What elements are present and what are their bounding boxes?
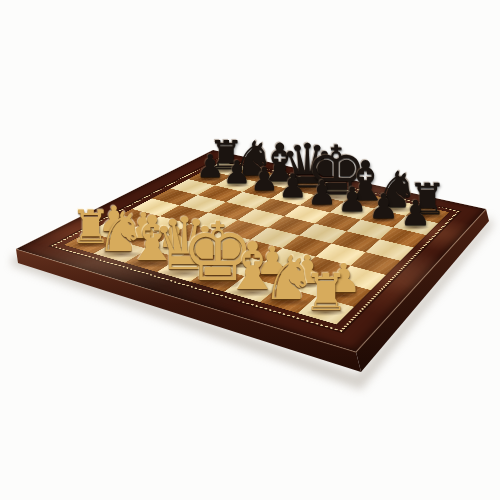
black-pawn-glyph: ♟	[196, 151, 224, 183]
piece-black-pawn-g7[interactable]: ♟	[368, 189, 399, 223]
piece-black-pawn-f7[interactable]: ♟	[337, 182, 367, 216]
piece-black-pawn-d7[interactable]: ♟	[278, 169, 307, 202]
piece-black-pawn-b7[interactable]: ♟	[223, 157, 251, 189]
black-pawn-glyph: ♟	[278, 169, 307, 202]
white-rook-glyph: ♜	[303, 267, 349, 318]
black-pawn-glyph: ♟	[223, 157, 251, 189]
piece-black-pawn-a7[interactable]: ♟	[196, 151, 224, 183]
black-pawn-glyph: ♟	[400, 196, 431, 231]
piece-black-pawn-h7[interactable]: ♟	[400, 196, 431, 231]
piece-black-pawn-c7[interactable]: ♟	[250, 163, 279, 195]
black-pawn-glyph: ♟	[250, 163, 279, 195]
piece-white-rook-h1[interactable]: ♜	[303, 267, 349, 318]
piece-black-pawn-e7[interactable]: ♟	[307, 176, 337, 209]
black-pawn-glyph: ♟	[307, 176, 337, 209]
black-pawn-glyph: ♟	[368, 189, 399, 223]
photo-background: ♜♞♝♛♚♝♞♜♟♟♟♟♟♟♟♟♟♟♟♟♟♟♟♟♜♞♝♛♚♝♞♜	[0, 0, 500, 500]
black-pawn-glyph: ♟	[337, 182, 367, 216]
